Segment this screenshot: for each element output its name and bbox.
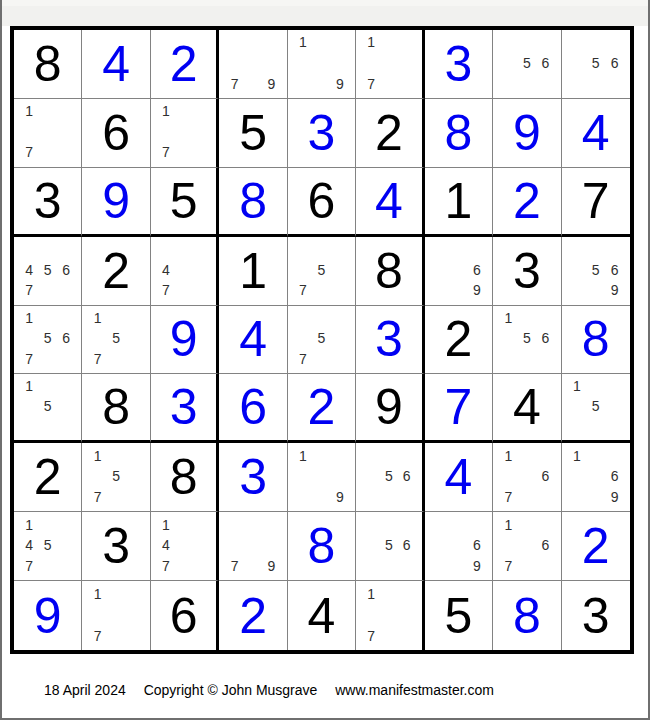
given-digit: 3 — [493, 237, 560, 305]
pencil-mark: 9 — [331, 487, 349, 508]
cell-r3c3[interactable]: 5 — [151, 168, 219, 237]
cell-r3c9[interactable]: 7 — [562, 168, 630, 237]
pencil-mark: 1 — [499, 308, 517, 329]
cell-r1c5[interactable]: 19 — [288, 30, 356, 99]
cell-r4c1[interactable]: 4567 — [14, 237, 82, 306]
pencil-mark: 6 — [57, 328, 75, 349]
pencil-mark: 5 — [312, 259, 330, 280]
pencil-mark: 7 — [294, 280, 312, 301]
pencil-mark: 6 — [536, 53, 554, 74]
pencil-mark: 5 — [518, 328, 536, 349]
solved-digit: 2 — [562, 512, 630, 580]
pencil-mark: 1 — [157, 514, 175, 535]
pencil-mark: 1 — [157, 101, 175, 122]
cell-r5c2[interactable]: 157 — [82, 306, 150, 375]
pencil-marks: 4567 — [20, 239, 75, 301]
pencil-mark: 5 — [586, 259, 605, 280]
solved-digit: 8 — [425, 99, 492, 167]
cell-r7c1[interactable]: 2 — [14, 443, 82, 512]
pencil-marks: 1457 — [20, 514, 75, 576]
pencil-mark: 6 — [536, 328, 554, 349]
pencil-mark: 1 — [294, 445, 312, 466]
pencil-mark: 4 — [20, 259, 38, 280]
pencil-marks: 17 — [362, 583, 415, 646]
pencil-mark: 9 — [605, 487, 624, 508]
cell-r9c5[interactable]: 4 — [288, 581, 356, 650]
pencil-marks: 15 — [568, 376, 624, 436]
pencil-marks: 1567 — [20, 308, 75, 370]
pencil-mark: 7 — [499, 555, 517, 576]
cell-r6c5[interactable]: 2 — [288, 374, 356, 443]
pencil-mark: 1 — [568, 445, 587, 466]
pencil-mark: 7 — [157, 555, 175, 576]
solved-digit: 3 — [219, 443, 286, 511]
cell-r7c8[interactable]: 167 — [493, 443, 561, 512]
footer-copyright: Copyright © John Musgrave — [144, 682, 318, 698]
pencil-mark: 6 — [536, 466, 554, 487]
given-digit: 8 — [151, 443, 216, 511]
pencil-mark: 5 — [312, 328, 330, 349]
pencil-mark: 4 — [157, 535, 175, 556]
cell-r9c6[interactable]: 17 — [356, 581, 424, 650]
cell-r8c3[interactable]: 147 — [151, 512, 219, 581]
pencil-marks: 56 — [362, 445, 415, 507]
given-digit: 1 — [219, 237, 286, 305]
given-digit: 2 — [82, 237, 149, 305]
pencil-mark: 5 — [586, 396, 605, 416]
pencil-mark: 7 — [88, 349, 106, 370]
solved-digit: 2 — [151, 30, 216, 98]
cell-r3c7[interactable]: 1 — [425, 168, 493, 237]
pencil-mark: 9 — [468, 280, 486, 301]
pencil-marks: 56 — [499, 32, 554, 94]
pencil-marks: 167 — [499, 514, 554, 576]
pencil-marks: 17 — [20, 101, 75, 163]
pencil-mark: 7 — [157, 280, 175, 301]
given-digit: 1 — [425, 168, 492, 234]
cell-r2c5[interactable]: 3 — [288, 99, 356, 168]
pencil-marks: 157 — [88, 445, 143, 507]
given-digit: 6 — [151, 581, 216, 650]
cell-r4c7[interactable]: 69 — [425, 237, 493, 306]
cell-r9c3[interactable]: 6 — [151, 581, 219, 650]
solved-digit: 4 — [425, 443, 492, 511]
solved-digit: 2 — [219, 581, 286, 650]
cell-r4c6[interactable]: 8 — [356, 237, 424, 306]
cell-r8c2[interactable]: 3 — [82, 512, 150, 581]
pencil-marks: 157 — [88, 308, 143, 370]
cell-r7c4[interactable]: 3 — [219, 443, 287, 512]
cell-r4c8[interactable]: 3 — [493, 237, 561, 306]
pencil-marks: 69 — [431, 239, 486, 301]
solved-digit: 9 — [493, 99, 560, 167]
pencil-mark: 5 — [38, 396, 56, 416]
sudoku-app-window: 8427919173565617617532894395864127456724… — [0, 0, 650, 720]
pencil-mark: 1 — [20, 514, 38, 535]
given-digit: 9 — [356, 374, 421, 440]
pencil-mark: 9 — [331, 73, 349, 94]
pencil-mark: 5 — [38, 535, 56, 556]
pencil-mark: 5 — [38, 259, 56, 280]
pencil-mark: 5 — [586, 53, 605, 74]
cell-r7c7[interactable]: 4 — [425, 443, 493, 512]
cell-r7c9[interactable]: 169 — [562, 443, 630, 512]
pencil-mark: 7 — [362, 73, 380, 94]
pencil-mark: 5 — [107, 466, 125, 487]
pencil-marks: 79 — [225, 514, 280, 576]
solved-digit: 8 — [493, 581, 560, 650]
given-digit: 4 — [288, 581, 355, 650]
solved-digit: 9 — [82, 168, 149, 234]
cell-r1c4[interactable]: 79 — [219, 30, 287, 99]
pencil-mark: 1 — [20, 308, 38, 329]
solved-digit: 7 — [425, 374, 492, 440]
toolbar-strip — [2, 0, 648, 26]
pencil-mark: 6 — [536, 535, 554, 556]
pencil-mark: 5 — [380, 535, 398, 556]
cell-r5c7[interactable]: 2 — [425, 306, 493, 375]
cell-r7c6[interactable]: 56 — [356, 443, 424, 512]
solved-digit: 2 — [288, 374, 355, 440]
cell-r5c4[interactable]: 4 — [219, 306, 287, 375]
cell-r5c5[interactable]: 57 — [288, 306, 356, 375]
pencil-marks: 56 — [568, 32, 624, 94]
cell-r1c1[interactable]: 8 — [14, 30, 82, 99]
cell-r3c8[interactable]: 2 — [493, 168, 561, 237]
pencil-mark: 9 — [605, 280, 624, 301]
pencil-marks: 57 — [294, 239, 349, 301]
cell-r3c6[interactable]: 4 — [356, 168, 424, 237]
cell-r6c1[interactable]: 15 — [14, 374, 82, 443]
cell-r9c4[interactable]: 2 — [219, 581, 287, 650]
pencil-mark: 1 — [362, 583, 380, 604]
pencil-mark: 1 — [568, 376, 587, 396]
cell-r5c1[interactable]: 1567 — [14, 306, 82, 375]
pencil-marks: 17 — [157, 101, 210, 163]
cell-r8c6[interactable]: 56 — [356, 512, 424, 581]
cell-r6c2[interactable]: 8 — [82, 374, 150, 443]
cell-r5c6[interactable]: 3 — [356, 306, 424, 375]
pencil-mark: 1 — [20, 101, 38, 122]
pencil-mark: 1 — [88, 583, 106, 604]
cell-r8c5[interactable]: 8 — [288, 512, 356, 581]
cell-r2c3[interactable]: 17 — [151, 99, 219, 168]
solved-digit: 2 — [493, 168, 560, 234]
cell-r4c5[interactable]: 57 — [288, 237, 356, 306]
cell-r3c4[interactable]: 8 — [219, 168, 287, 237]
given-digit: 8 — [356, 237, 421, 305]
cell-r2c8[interactable]: 9 — [493, 99, 561, 168]
cell-r3c2[interactable]: 9 — [82, 168, 150, 237]
solved-digit: 6 — [219, 374, 286, 440]
pencil-mark: 7 — [225, 73, 243, 94]
solved-digit: 8 — [288, 512, 355, 580]
pencil-mark: 5 — [107, 328, 125, 349]
cell-r7c3[interactable]: 8 — [151, 443, 219, 512]
solved-digit: 8 — [219, 168, 286, 234]
cell-r6c6[interactable]: 9 — [356, 374, 424, 443]
footer: 18 April 2024 Copyright © John Musgrave … — [44, 682, 508, 698]
cell-r6c9[interactable]: 15 — [562, 374, 630, 443]
cell-r8c8[interactable]: 167 — [493, 512, 561, 581]
pencil-marks: 56 — [362, 514, 415, 576]
cell-r3c5[interactable]: 6 — [288, 168, 356, 237]
cell-r2c1[interactable]: 17 — [14, 99, 82, 168]
pencil-mark: 5 — [518, 53, 536, 74]
cell-r1c9[interactable]: 56 — [562, 30, 630, 99]
pencil-marks: 47 — [157, 239, 210, 301]
solved-digit: 4 — [562, 99, 630, 167]
pencil-marks: 156 — [499, 308, 554, 370]
pencil-marks: 79 — [225, 32, 280, 94]
cell-r9c9[interactable]: 3 — [562, 581, 630, 650]
pencil-mark: 1 — [294, 32, 312, 53]
pencil-marks: 69 — [431, 514, 486, 576]
cell-r1c6[interactable]: 17 — [356, 30, 424, 99]
given-digit: 6 — [82, 99, 149, 167]
pencil-mark: 6 — [398, 535, 416, 556]
pencil-mark: 1 — [362, 32, 380, 53]
solved-digit: 4 — [82, 30, 149, 98]
pencil-mark: 5 — [380, 466, 398, 487]
pencil-marks: 19 — [294, 445, 349, 507]
given-digit: 4 — [493, 374, 560, 440]
given-digit: 8 — [14, 30, 81, 98]
pencil-marks: 169 — [568, 445, 624, 507]
cell-r1c7[interactable]: 3 — [425, 30, 493, 99]
solved-digit: 9 — [14, 581, 81, 650]
pencil-mark: 1 — [88, 445, 106, 466]
pencil-mark: 6 — [605, 466, 624, 487]
pencil-mark: 6 — [605, 53, 624, 74]
cell-r2c2[interactable]: 6 — [82, 99, 150, 168]
cell-r9c8[interactable]: 8 — [493, 581, 561, 650]
solved-digit: 9 — [151, 306, 216, 374]
cell-r6c8[interactable]: 4 — [493, 374, 561, 443]
pencil-marks: 57 — [294, 308, 349, 370]
cell-r1c3[interactable]: 2 — [151, 30, 219, 99]
footer-date: 18 April 2024 — [44, 682, 126, 698]
pencil-mark: 7 — [362, 625, 380, 646]
cell-r4c2[interactable]: 2 — [82, 237, 150, 306]
cell-r9c2[interactable]: 17 — [82, 581, 150, 650]
pencil-mark: 7 — [157, 142, 175, 163]
cell-r5c9[interactable]: 8 — [562, 306, 630, 375]
given-digit: 2 — [356, 99, 421, 167]
pencil-mark: 4 — [20, 535, 38, 556]
given-digit: 3 — [562, 581, 630, 650]
pencil-mark: 6 — [398, 466, 416, 487]
cell-r1c8[interactable]: 56 — [493, 30, 561, 99]
pencil-marks: 15 — [20, 376, 75, 436]
given-digit: 2 — [425, 306, 492, 374]
pencil-mark: 6 — [605, 259, 624, 280]
pencil-mark: 1 — [20, 376, 38, 396]
cell-r8c1[interactable]: 1457 — [14, 512, 82, 581]
cell-r4c9[interactable]: 569 — [562, 237, 630, 306]
pencil-marks: 147 — [157, 514, 210, 576]
cell-r7c2[interactable]: 157 — [82, 443, 150, 512]
pencil-mark: 1 — [499, 514, 517, 535]
pencil-mark: 6 — [57, 259, 75, 280]
cell-r1c2[interactable]: 4 — [82, 30, 150, 99]
cell-r6c3[interactable]: 3 — [151, 374, 219, 443]
pencil-mark: 7 — [499, 487, 517, 508]
given-digit: 5 — [425, 581, 492, 650]
cell-r2c9[interactable]: 4 — [562, 99, 630, 168]
pencil-mark: 4 — [157, 259, 175, 280]
cell-r9c7[interactable]: 5 — [425, 581, 493, 650]
cell-r4c4[interactable]: 1 — [219, 237, 287, 306]
pencil-marks: 17 — [362, 32, 415, 94]
pencil-mark: 7 — [225, 555, 243, 576]
pencil-mark: 6 — [468, 535, 486, 556]
solved-digit: 3 — [151, 374, 216, 440]
given-digit: 7 — [562, 168, 630, 234]
pencil-marks: 569 — [568, 239, 624, 301]
pencil-mark: 7 — [88, 625, 106, 646]
pencil-mark: 9 — [262, 73, 280, 94]
cell-r3c1[interactable]: 3 — [14, 168, 82, 237]
cell-r6c4[interactable]: 6 — [219, 374, 287, 443]
pencil-marks: 17 — [88, 583, 143, 646]
given-digit: 6 — [288, 168, 355, 234]
cell-r4c3[interactable]: 47 — [151, 237, 219, 306]
cell-r9c1[interactable]: 9 — [14, 581, 82, 650]
solved-digit: 3 — [356, 306, 421, 374]
cell-r7c5[interactable]: 19 — [288, 443, 356, 512]
pencil-mark: 5 — [38, 328, 56, 349]
cell-r2c6[interactable]: 2 — [356, 99, 424, 168]
cell-r8c4[interactable]: 79 — [219, 512, 287, 581]
cell-r6c7[interactable]: 7 — [425, 374, 493, 443]
pencil-mark: 7 — [20, 349, 38, 370]
given-digit: 5 — [151, 168, 216, 234]
pencil-mark: 7 — [88, 487, 106, 508]
cell-r8c9[interactable]: 2 — [562, 512, 630, 581]
given-digit: 3 — [82, 512, 149, 580]
cell-r8c7[interactable]: 69 — [425, 512, 493, 581]
given-digit: 5 — [219, 99, 286, 167]
solved-digit: 4 — [219, 306, 286, 374]
given-digit: 8 — [82, 374, 149, 440]
solved-digit: 3 — [288, 99, 355, 167]
footer-website: www.manifestmaster.com — [335, 682, 494, 698]
cell-r2c4[interactable]: 5 — [219, 99, 287, 168]
solved-digit: 8 — [562, 306, 630, 374]
pencil-mark: 7 — [20, 142, 38, 163]
pencil-mark: 7 — [294, 349, 312, 370]
cell-r5c8[interactable]: 156 — [493, 306, 561, 375]
pencil-marks: 19 — [294, 32, 349, 94]
cell-r5c3[interactable]: 9 — [151, 306, 219, 375]
solved-digit: 4 — [356, 168, 421, 234]
sudoku-board: 8427919173565617617532894395864127456724… — [10, 26, 634, 654]
pencil-mark: 1 — [499, 445, 517, 466]
pencil-mark: 7 — [20, 555, 38, 576]
solved-digit: 3 — [425, 30, 492, 98]
pencil-mark: 9 — [262, 555, 280, 576]
pencil-mark: 6 — [468, 259, 486, 280]
pencil-marks: 167 — [499, 445, 554, 507]
given-digit: 3 — [14, 168, 81, 234]
pencil-mark: 9 — [468, 555, 486, 576]
pencil-mark: 7 — [20, 280, 38, 301]
cell-r2c7[interactable]: 8 — [425, 99, 493, 168]
given-digit: 2 — [14, 443, 81, 511]
pencil-mark: 1 — [88, 308, 106, 329]
